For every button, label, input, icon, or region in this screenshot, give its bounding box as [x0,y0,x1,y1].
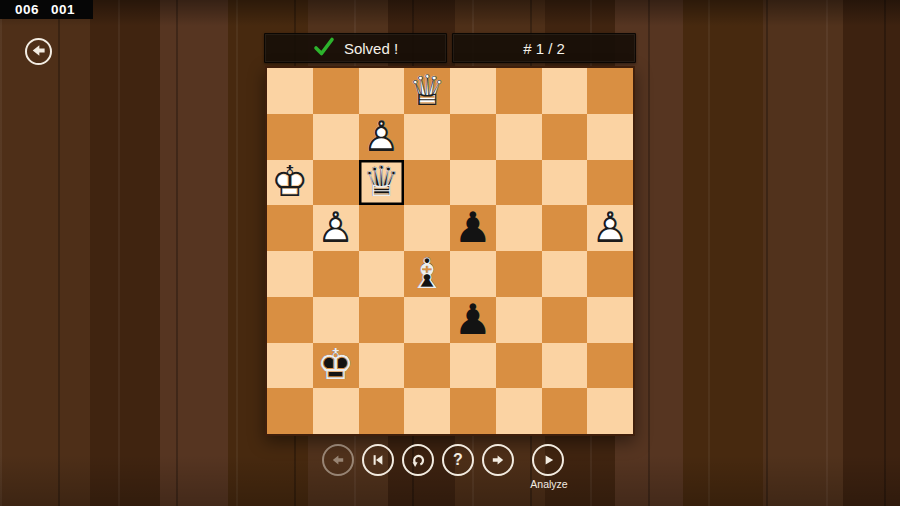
square-b6[interactable] [313,160,359,206]
square-f8[interactable] [496,68,542,114]
square-c3[interactable] [359,297,405,343]
square-c8[interactable] [359,68,405,114]
square-f1[interactable] [496,388,542,434]
square-h4[interactable] [587,251,633,297]
square-e5[interactable]: ♟♙ [450,205,496,251]
square-d7[interactable] [404,114,450,160]
square-g6[interactable] [542,160,588,206]
square-b8[interactable] [313,68,359,114]
arrow-left-icon [330,452,346,468]
square-a7[interactable] [267,114,313,160]
square-e4[interactable] [450,251,496,297]
black-king-outline: ♔ [313,343,359,389]
square-h1[interactable] [587,388,633,434]
square-d6[interactable] [404,160,450,206]
square-e2[interactable] [450,343,496,389]
black-pawn-outline: ♙ [450,297,496,343]
arrow-left-icon [30,42,47,62]
puzzle-progress-label: # 1 / 2 [523,40,565,57]
piece-black-queen[interactable]: ♛♕ [359,160,405,206]
square-e8[interactable] [450,68,496,114]
analyze-label: Analyze [518,478,580,490]
square-b7[interactable] [313,114,359,160]
square-c2[interactable] [359,343,405,389]
puzzle-progress-banner: # 1 / 2 [452,33,636,63]
skip-to-start-button[interactable] [362,444,394,476]
chess-board[interactable]: ♛♕♟♙♚♔♛♕♟♙♟♙♟♙♝♗♟♙♚♔ [265,66,635,436]
piece-white-king[interactable]: ♚♔ [267,160,313,206]
square-a6[interactable]: ♚♔ [267,160,313,206]
piece-white-pawn[interactable]: ♟♙ [313,205,359,251]
square-a2[interactable] [267,343,313,389]
square-d3[interactable] [404,297,450,343]
piece-black-bishop[interactable]: ♝♗ [404,251,450,297]
square-h7[interactable] [587,114,633,160]
square-g2[interactable] [542,343,588,389]
square-f6[interactable] [496,160,542,206]
square-b2[interactable]: ♚♔ [313,343,359,389]
square-e7[interactable] [450,114,496,160]
square-f2[interactable] [496,343,542,389]
hint-button[interactable]: ? [442,444,474,476]
arrow-right-icon [490,452,506,468]
play-icon [540,452,556,468]
square-a1[interactable] [267,388,313,434]
square-a4[interactable] [267,251,313,297]
square-g1[interactable] [542,388,588,434]
move-counter-bar: 006 001 [0,0,93,19]
check-icon [313,36,335,61]
square-g7[interactable] [542,114,588,160]
black-pawn-outline: ♙ [450,205,496,251]
square-h3[interactable] [587,297,633,343]
square-h2[interactable] [587,343,633,389]
square-c6[interactable]: ♛♕ [359,160,405,206]
square-f5[interactable] [496,205,542,251]
undo-button[interactable] [402,444,434,476]
square-d4[interactable]: ♝♗ [404,251,450,297]
back-move-button[interactable] [322,444,354,476]
black-bishop-outline: ♗ [404,251,450,297]
square-g5[interactable] [542,205,588,251]
square-h5[interactable]: ♟♙ [587,205,633,251]
square-b1[interactable] [313,388,359,434]
square-c5[interactable] [359,205,405,251]
black-queen-outline: ♕ [359,160,405,206]
square-h8[interactable] [587,68,633,114]
square-g3[interactable] [542,297,588,343]
white-pawn-outline: ♙ [313,205,359,251]
square-d5[interactable] [404,205,450,251]
square-b4[interactable] [313,251,359,297]
square-g4[interactable] [542,251,588,297]
square-f7[interactable] [496,114,542,160]
square-f3[interactable] [496,297,542,343]
solved-banner: Solved ! [264,33,447,63]
square-e6[interactable] [450,160,496,206]
square-e1[interactable] [450,388,496,434]
piece-white-queen[interactable]: ♛♕ [404,68,450,114]
square-c1[interactable] [359,388,405,434]
white-pawn-outline: ♙ [359,114,405,160]
piece-white-pawn[interactable]: ♟♙ [587,205,633,251]
piece-white-pawn[interactable]: ♟♙ [359,114,405,160]
counter-right: 001 [51,2,75,17]
square-h6[interactable] [587,160,633,206]
analyze-button[interactable] [532,444,564,476]
solved-label: Solved ! [344,40,398,57]
square-d8[interactable]: ♛♕ [404,68,450,114]
white-king-outline: ♔ [267,160,313,206]
piece-black-pawn[interactable]: ♟♙ [450,205,496,251]
square-d2[interactable] [404,343,450,389]
square-a5[interactable] [267,205,313,251]
square-a3[interactable] [267,297,313,343]
white-queen-outline: ♕ [404,68,450,114]
back-button[interactable] [25,38,52,65]
square-c7[interactable]: ♟♙ [359,114,405,160]
square-b5[interactable]: ♟♙ [313,205,359,251]
square-e3[interactable]: ♟♙ [450,297,496,343]
undo-icon [410,452,427,469]
question-icon: ? [453,451,463,469]
square-d1[interactable] [404,388,450,434]
piece-black-pawn[interactable]: ♟♙ [450,297,496,343]
white-pawn-outline: ♙ [587,205,633,251]
forward-button[interactable] [482,444,514,476]
skip-to-start-icon [370,452,386,468]
square-b3[interactable] [313,297,359,343]
counter-left: 006 [15,2,39,17]
square-g8[interactable] [542,68,588,114]
square-c4[interactable] [359,251,405,297]
square-a8[interactable] [267,68,313,114]
square-f4[interactable] [496,251,542,297]
wood-background: { "game": "chess", "app": { "counter_lef… [0,0,900,506]
piece-black-king[interactable]: ♚♔ [313,343,359,389]
